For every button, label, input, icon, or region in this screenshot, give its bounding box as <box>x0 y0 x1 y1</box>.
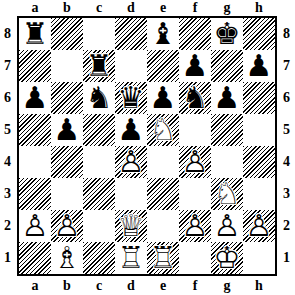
square-e1[interactable]: ♜♖ <box>147 242 179 274</box>
square-c2[interactable] <box>83 210 115 242</box>
square-b3[interactable] <box>51 178 83 210</box>
file-label: a <box>19 0 51 16</box>
square-d4[interactable]: ♟♙ <box>115 146 147 178</box>
rank-label: 6 <box>0 82 15 114</box>
square-d2[interactable]: ♛♕ <box>115 210 147 242</box>
square-a1[interactable] <box>19 242 51 274</box>
square-a3[interactable] <box>19 178 51 210</box>
file-labels-top: abcdefgh <box>19 0 275 15</box>
black-king-icon: ♚ <box>211 18 243 50</box>
rank-label: 2 <box>0 210 15 242</box>
white-pawn-icon: ♙ <box>51 210 83 242</box>
file-label: a <box>19 278 51 294</box>
file-label: b <box>51 278 83 294</box>
square-h4[interactable] <box>243 146 275 178</box>
square-a6[interactable]: ♟♟ <box>19 82 51 114</box>
white-pawn-icon: ♙ <box>211 210 243 242</box>
white-queen-icon: ♕ <box>115 210 147 242</box>
rank-label: 8 <box>0 18 15 50</box>
chess-board: ♜♜♝♝♚♚♜♜♟♟♟♟♟♟♞♞♛♛♟♟♞♞♟♟♟♟♟♟♞♘♟♙♟♙♞♘♟♙♟♙… <box>17 16 277 276</box>
square-f8[interactable] <box>179 18 211 50</box>
black-pawn-icon: ♟ <box>179 50 211 82</box>
file-label: b <box>51 0 83 16</box>
rank-label: 6 <box>279 82 294 114</box>
file-labels-bottom: abcdefgh <box>19 278 275 293</box>
black-knight-icon: ♞ <box>83 82 115 114</box>
black-bishop-icon: ♝ <box>147 18 179 50</box>
black-rook-icon: ♜ <box>83 50 115 82</box>
square-g1[interactable]: ♚♔ <box>211 242 243 274</box>
square-g2[interactable]: ♟♙ <box>211 210 243 242</box>
square-f2[interactable]: ♟♙ <box>179 210 211 242</box>
black-pawn-icon: ♟ <box>51 114 83 146</box>
square-d1[interactable]: ♜♖ <box>115 242 147 274</box>
file-label: c <box>83 0 115 16</box>
square-c6[interactable]: ♞♞ <box>83 82 115 114</box>
square-a8[interactable]: ♜♜ <box>19 18 51 50</box>
rank-label: 1 <box>279 242 294 274</box>
square-e3[interactable] <box>147 178 179 210</box>
rank-label: 2 <box>279 210 294 242</box>
square-d3[interactable] <box>115 178 147 210</box>
square-a5[interactable] <box>19 114 51 146</box>
white-pawn-icon: ♙ <box>115 146 147 178</box>
square-c3[interactable] <box>83 178 115 210</box>
rank-label: 7 <box>279 50 294 82</box>
file-label: e <box>147 278 179 294</box>
square-g6[interactable]: ♟♟ <box>211 82 243 114</box>
white-rook-icon: ♖ <box>147 242 179 274</box>
square-h1[interactable] <box>243 242 275 274</box>
rank-label: 3 <box>279 178 294 210</box>
file-label: c <box>83 278 115 294</box>
white-rook-icon: ♖ <box>115 242 147 274</box>
file-label: h <box>243 0 275 16</box>
black-knight-icon: ♞ <box>179 82 211 114</box>
black-pawn-icon: ♟ <box>211 82 243 114</box>
file-label: f <box>179 0 211 16</box>
square-f1[interactable] <box>179 242 211 274</box>
rank-label: 5 <box>279 114 294 146</box>
white-king-icon: ♔ <box>211 242 243 274</box>
square-b1[interactable]: ♝♗ <box>51 242 83 274</box>
rank-label: 5 <box>0 114 15 146</box>
rank-label: 7 <box>0 50 15 82</box>
rank-label: 4 <box>279 146 294 178</box>
black-pawn-icon: ♟ <box>115 114 147 146</box>
square-a7[interactable] <box>19 50 51 82</box>
square-h7[interactable]: ♟♟ <box>243 50 275 82</box>
rank-label: 3 <box>0 178 15 210</box>
square-c5[interactable] <box>83 114 115 146</box>
white-pawn-icon: ♙ <box>179 210 211 242</box>
square-f4[interactable]: ♟♙ <box>179 146 211 178</box>
square-h5[interactable] <box>243 114 275 146</box>
rank-label: 1 <box>0 242 15 274</box>
black-rook-icon: ♜ <box>19 18 51 50</box>
rank-labels-right: 87654321 <box>279 18 294 274</box>
square-b7[interactable] <box>51 50 83 82</box>
square-g5[interactable] <box>211 114 243 146</box>
square-g3[interactable]: ♞♘ <box>211 178 243 210</box>
square-b5[interactable]: ♟♟ <box>51 114 83 146</box>
square-a2[interactable]: ♟♙ <box>19 210 51 242</box>
square-h3[interactable] <box>243 178 275 210</box>
square-g4[interactable] <box>211 146 243 178</box>
file-label: g <box>211 278 243 294</box>
square-d6[interactable]: ♛♛ <box>115 82 147 114</box>
square-c1[interactable] <box>83 242 115 274</box>
square-e4[interactable] <box>147 146 179 178</box>
square-f5[interactable] <box>179 114 211 146</box>
square-c7[interactable]: ♜♜ <box>83 50 115 82</box>
square-g7[interactable] <box>211 50 243 82</box>
white-bishop-icon: ♗ <box>51 242 83 274</box>
square-b4[interactable] <box>51 146 83 178</box>
square-b8[interactable] <box>51 18 83 50</box>
square-d7[interactable] <box>115 50 147 82</box>
square-c4[interactable] <box>83 146 115 178</box>
square-e5[interactable]: ♞♘ <box>147 114 179 146</box>
square-e7[interactable] <box>147 50 179 82</box>
file-label: g <box>211 0 243 16</box>
chess-diagram: abcdefgh 87654321 87654321 ♜♜♝♝♚♚♜♜♟♟♟♟♟… <box>0 0 295 295</box>
white-pawn-icon: ♙ <box>179 146 211 178</box>
black-queen-icon: ♛ <box>115 82 147 114</box>
square-a4[interactable] <box>19 146 51 178</box>
square-d8[interactable] <box>115 18 147 50</box>
rank-label: 8 <box>279 18 294 50</box>
square-h8[interactable] <box>243 18 275 50</box>
square-e2[interactable] <box>147 210 179 242</box>
white-pawn-icon: ♙ <box>243 210 275 242</box>
file-label: h <box>243 278 275 294</box>
rank-labels-left: 87654321 <box>0 18 15 274</box>
square-h2[interactable]: ♟♙ <box>243 210 275 242</box>
square-b6[interactable] <box>51 82 83 114</box>
file-label: d <box>115 0 147 16</box>
square-e6[interactable]: ♟♟ <box>147 82 179 114</box>
white-pawn-icon: ♙ <box>19 210 51 242</box>
black-pawn-icon: ♟ <box>19 82 51 114</box>
square-f3[interactable] <box>179 178 211 210</box>
square-h6[interactable] <box>243 82 275 114</box>
black-pawn-icon: ♟ <box>147 82 179 114</box>
square-g8[interactable]: ♚♚ <box>211 18 243 50</box>
file-label: f <box>179 278 211 294</box>
black-pawn-icon: ♟ <box>243 50 275 82</box>
rank-label: 4 <box>0 146 15 178</box>
white-knight-icon: ♘ <box>211 178 243 210</box>
square-d5[interactable]: ♟♟ <box>115 114 147 146</box>
white-knight-icon: ♘ <box>147 114 179 146</box>
square-b2[interactable]: ♟♙ <box>51 210 83 242</box>
file-label: d <box>115 278 147 294</box>
square-e8[interactable]: ♝♝ <box>147 18 179 50</box>
square-f6[interactable]: ♞♞ <box>179 82 211 114</box>
square-c8[interactable] <box>83 18 115 50</box>
square-f7[interactable]: ♟♟ <box>179 50 211 82</box>
file-label: e <box>147 0 179 16</box>
